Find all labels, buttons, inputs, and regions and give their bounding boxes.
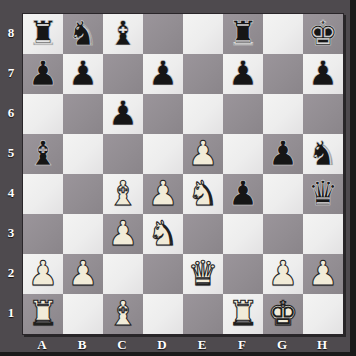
rank-labels: 87654321 [0, 13, 22, 333]
square-g2[interactable]: ♟ [263, 254, 303, 294]
square-c1[interactable]: ♝ [103, 294, 143, 334]
frame-edge-right [350, 0, 356, 356]
file-label-g: G [262, 337, 302, 353]
square-h1[interactable] [303, 294, 343, 334]
piece-white-pawn[interactable]: ♟ [308, 256, 338, 290]
square-e7[interactable] [183, 54, 223, 94]
square-h3[interactable] [303, 214, 343, 254]
square-g8[interactable] [263, 14, 303, 54]
square-a3[interactable] [23, 214, 63, 254]
piece-white-pawn[interactable]: ♟ [28, 256, 58, 290]
square-e1[interactable] [183, 294, 223, 334]
piece-black-queen[interactable]: ♛ [308, 176, 338, 210]
rank-label-7: 7 [0, 53, 22, 93]
square-b2[interactable]: ♟ [63, 254, 103, 294]
piece-white-rook[interactable]: ♜ [28, 296, 58, 330]
rank-label-4: 4 [0, 173, 22, 213]
piece-white-pawn[interactable]: ♟ [188, 136, 218, 170]
rank-label-6: 6 [0, 93, 22, 133]
square-f2[interactable] [223, 254, 263, 294]
piece-black-knight[interactable]: ♞ [308, 136, 338, 170]
square-f1[interactable]: ♜ [223, 294, 263, 334]
square-e2[interactable]: ♛ [183, 254, 223, 294]
square-g7[interactable] [263, 54, 303, 94]
square-g1[interactable]: ♚ [263, 294, 303, 334]
square-b8[interactable]: ♞ [63, 14, 103, 54]
file-label-b: B [62, 337, 102, 353]
piece-white-knight[interactable]: ♞ [188, 176, 218, 210]
rank-label-5: 5 [0, 133, 22, 173]
file-label-c: C [102, 337, 142, 353]
square-b1[interactable] [63, 294, 103, 334]
square-a7[interactable]: ♟ [23, 54, 63, 94]
square-b5[interactable] [63, 134, 103, 174]
file-label-f: F [222, 337, 262, 353]
square-d3[interactable]: ♞ [143, 214, 183, 254]
piece-black-knight[interactable]: ♞ [68, 16, 98, 50]
frame-edge-bottom [0, 352, 356, 356]
piece-white-pawn[interactable]: ♟ [68, 256, 98, 290]
piece-white-king[interactable]: ♚ [268, 296, 298, 330]
square-a5[interactable]: ♝ [23, 134, 63, 174]
square-h4[interactable]: ♛ [303, 174, 343, 214]
square-g3[interactable] [263, 214, 303, 254]
square-c7[interactable] [103, 54, 143, 94]
square-a6[interactable] [23, 94, 63, 134]
square-g4[interactable] [263, 174, 303, 214]
square-b4[interactable] [63, 174, 103, 214]
piece-black-pawn[interactable]: ♟ [28, 56, 58, 90]
square-a8[interactable]: ♜ [23, 14, 63, 54]
square-h2[interactable]: ♟ [303, 254, 343, 294]
square-f8[interactable]: ♜ [223, 14, 263, 54]
square-c4[interactable]: ♝ [103, 174, 143, 214]
piece-white-pawn[interactable]: ♟ [148, 176, 178, 210]
square-h5[interactable]: ♞ [303, 134, 343, 174]
piece-black-pawn[interactable]: ♟ [268, 136, 298, 170]
chess-board: ♜♞♝♜♚♟♟♟♟♟♟♝♟♟♞♝♟♞♟♛♟♞♟♟♛♟♟♜♝♜♚ [22, 13, 344, 335]
square-g6[interactable] [263, 94, 303, 134]
square-d5[interactable] [143, 134, 183, 174]
piece-black-pawn[interactable]: ♟ [308, 56, 338, 90]
piece-black-pawn[interactable]: ♟ [228, 176, 258, 210]
square-a1[interactable]: ♜ [23, 294, 63, 334]
piece-white-pawn[interactable]: ♟ [108, 216, 138, 250]
square-e4[interactable]: ♞ [183, 174, 223, 214]
square-f4[interactable]: ♟ [223, 174, 263, 214]
piece-black-bishop[interactable]: ♝ [108, 16, 138, 50]
rank-label-2: 2 [0, 253, 22, 293]
square-b6[interactable] [63, 94, 103, 134]
file-label-d: D [142, 337, 182, 353]
file-label-a: A [22, 337, 62, 353]
piece-white-pawn[interactable]: ♟ [268, 256, 298, 290]
square-d6[interactable] [143, 94, 183, 134]
square-c5[interactable] [103, 134, 143, 174]
rank-label-8: 8 [0, 13, 22, 53]
piece-black-rook[interactable]: ♜ [28, 16, 58, 50]
square-f6[interactable] [223, 94, 263, 134]
piece-white-knight[interactable]: ♞ [148, 216, 178, 250]
square-d8[interactable] [143, 14, 183, 54]
file-label-e: E [182, 337, 222, 353]
square-e5[interactable]: ♟ [183, 134, 223, 174]
piece-black-pawn[interactable]: ♟ [228, 56, 258, 90]
piece-white-bishop[interactable]: ♝ [108, 296, 138, 330]
square-c6[interactable]: ♟ [103, 94, 143, 134]
square-a4[interactable] [23, 174, 63, 214]
square-e3[interactable] [183, 214, 223, 254]
square-f7[interactable]: ♟ [223, 54, 263, 94]
piece-white-bishop[interactable]: ♝ [108, 176, 138, 210]
piece-black-pawn[interactable]: ♟ [148, 56, 178, 90]
square-f5[interactable] [223, 134, 263, 174]
square-e8[interactable] [183, 14, 223, 54]
piece-black-pawn[interactable]: ♟ [68, 56, 98, 90]
square-d2[interactable] [143, 254, 183, 294]
file-label-h: H [302, 337, 342, 353]
rank-label-3: 3 [0, 213, 22, 253]
piece-black-rook[interactable]: ♜ [228, 16, 258, 50]
piece-white-queen[interactable]: ♛ [188, 256, 218, 290]
square-h7[interactable]: ♟ [303, 54, 343, 94]
chess-board-panel: 87654321 ♜♞♝♜♚♟♟♟♟♟♟♝♟♟♞♝♟♞♟♛♟♞♟♟♛♟♟♜♝♜♚… [0, 0, 356, 356]
piece-white-rook[interactable]: ♜ [228, 296, 258, 330]
square-a2[interactable]: ♟ [23, 254, 63, 294]
square-c8[interactable]: ♝ [103, 14, 143, 54]
square-b7[interactable]: ♟ [63, 54, 103, 94]
square-d4[interactable]: ♟ [143, 174, 183, 214]
piece-black-king[interactable]: ♚ [308, 16, 338, 50]
rank-label-1: 1 [0, 293, 22, 333]
square-g5[interactable]: ♟ [263, 134, 303, 174]
square-d1[interactable] [143, 294, 183, 334]
square-c2[interactable] [103, 254, 143, 294]
square-d7[interactable]: ♟ [143, 54, 183, 94]
square-h8[interactable]: ♚ [303, 14, 343, 54]
piece-black-pawn[interactable]: ♟ [108, 96, 138, 130]
square-b3[interactable] [63, 214, 103, 254]
square-c3[interactable]: ♟ [103, 214, 143, 254]
file-labels: ABCDEFGH [22, 337, 342, 352]
piece-black-bishop[interactable]: ♝ [28, 136, 58, 170]
square-h6[interactable] [303, 94, 343, 134]
square-e6[interactable] [183, 94, 223, 134]
square-f3[interactable] [223, 214, 263, 254]
